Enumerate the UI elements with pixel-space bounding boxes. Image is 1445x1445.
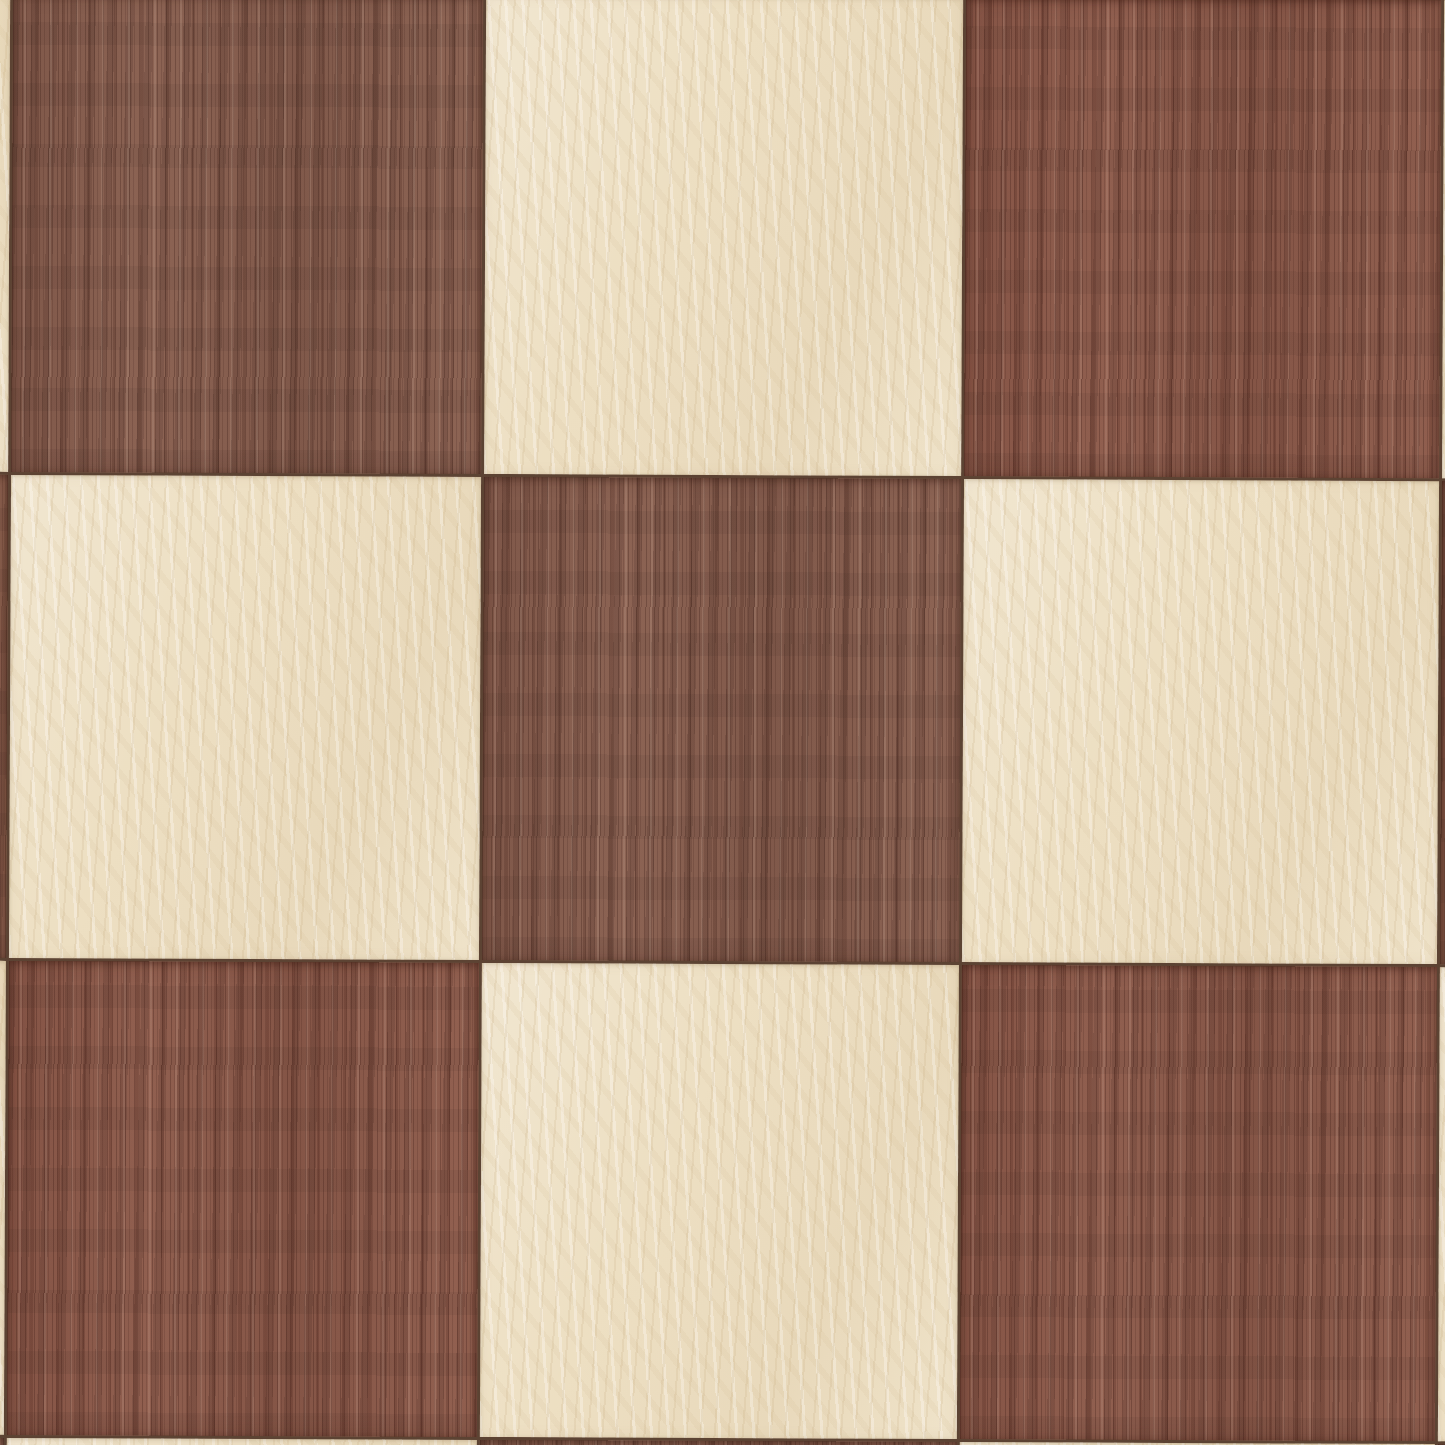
- board-square-dark: [0, 1436, 4, 1445]
- board-square-dark: [478, 1440, 957, 1445]
- board-square-dark: [0, 473, 8, 958]
- board-square-dark: [7, 961, 479, 1437]
- chessboard-grid: [0, 0, 1445, 1445]
- board-square-light: [480, 963, 959, 1439]
- chessboard-photo: [0, 0, 1445, 1445]
- board-square-dark: [11, 0, 483, 474]
- board-square-light: [1438, 967, 1445, 1443]
- board-square-light: [962, 479, 1439, 964]
- board-square-light: [0, 959, 6, 1435]
- board-square-dark: [1440, 481, 1445, 966]
- board-square-light: [9, 475, 481, 960]
- board-square-light: [0, 0, 10, 472]
- board-square-light: [5, 1438, 477, 1445]
- board-square-dark: [482, 477, 961, 962]
- board-square-dark: [964, 0, 1441, 478]
- board-square-dark: [960, 965, 1437, 1441]
- board-square-light: [484, 0, 963, 476]
